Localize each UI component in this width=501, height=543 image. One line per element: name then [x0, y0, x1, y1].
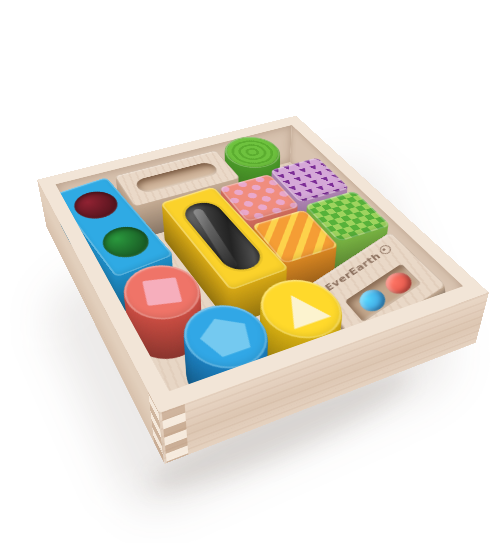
finger-joints-front	[162, 404, 189, 463]
wooden-tray: EverEarth	[62, 162, 453, 433]
product-photo: EverEarth	[0, 0, 501, 543]
tray-scene: EverEarth	[62, 162, 453, 433]
